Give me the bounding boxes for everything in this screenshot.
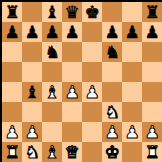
white-pawn-a2[interactable]: ♟ — [4, 122, 19, 142]
square-c4[interactable]: ♝ — [42, 82, 62, 102]
square-e7[interactable] — [82, 22, 102, 42]
white-pawn-f2[interactable]: ♟ — [104, 122, 119, 142]
black-queen-d8[interactable]: ♛ — [64, 2, 79, 22]
square-a2[interactable]: ♟ — [2, 122, 22, 142]
square-h5[interactable] — [142, 62, 162, 82]
square-h6[interactable] — [142, 42, 162, 62]
black-pawn-h7[interactable]: ♟ — [144, 22, 159, 42]
white-bishop-c4[interactable]: ♝ — [44, 82, 59, 102]
square-b7[interactable]: ♟ — [22, 22, 42, 42]
square-g7[interactable]: ♟ — [122, 22, 142, 42]
square-c6[interactable]: ♞ — [42, 42, 62, 62]
square-d2[interactable] — [62, 122, 82, 142]
square-e6[interactable] — [82, 42, 102, 62]
square-e8[interactable]: ♚ — [82, 2, 102, 22]
square-d1[interactable]: ♛ — [62, 142, 82, 162]
square-g5[interactable] — [122, 62, 142, 82]
square-c7[interactable]: ♟ — [42, 22, 62, 42]
chess-board: ♜♝♛♚♜♟♟♟♟♟♟♟♞♞♝♝♟♟♞♟♟♟♟♟♜♞♝♛♚♜ — [2, 2, 162, 162]
square-g8[interactable] — [122, 2, 142, 22]
white-pawn-e4[interactable]: ♟ — [84, 82, 99, 102]
white-knight-b1[interactable]: ♞ — [24, 142, 39, 162]
square-a8[interactable]: ♜ — [2, 2, 22, 22]
square-b5[interactable] — [22, 62, 42, 82]
square-e3[interactable] — [82, 102, 102, 122]
square-e4[interactable]: ♟ — [82, 82, 102, 102]
black-king-e8[interactable]: ♚ — [84, 2, 99, 22]
square-d6[interactable] — [62, 42, 82, 62]
square-h3[interactable] — [142, 102, 162, 122]
white-pawn-g2[interactable]: ♟ — [124, 122, 139, 142]
black-pawn-a7[interactable]: ♟ — [4, 22, 19, 42]
square-f5[interactable] — [102, 62, 122, 82]
square-a7[interactable]: ♟ — [2, 22, 22, 42]
white-pawn-h2[interactable]: ♟ — [144, 122, 159, 142]
square-f3[interactable]: ♞ — [102, 102, 122, 122]
white-king-f1[interactable]: ♚ — [104, 142, 119, 162]
square-a3[interactable] — [2, 102, 22, 122]
square-d8[interactable]: ♛ — [62, 2, 82, 22]
square-b2[interactable]: ♟ — [22, 122, 42, 142]
square-g1[interactable] — [122, 142, 142, 162]
square-g4[interactable] — [122, 82, 142, 102]
black-knight-f6[interactable]: ♞ — [104, 42, 119, 62]
square-c1[interactable]: ♝ — [42, 142, 62, 162]
square-a6[interactable] — [2, 42, 22, 62]
square-b3[interactable] — [22, 102, 42, 122]
square-d7[interactable]: ♟ — [62, 22, 82, 42]
square-f8[interactable] — [102, 2, 122, 22]
square-h8[interactable]: ♜ — [142, 2, 162, 22]
square-h4[interactable] — [142, 82, 162, 102]
square-d5[interactable] — [62, 62, 82, 82]
black-pawn-d7[interactable]: ♟ — [64, 22, 79, 42]
chess-board-frame: ♜♝♛♚♜♟♟♟♟♟♟♟♞♞♝♝♟♟♞♟♟♟♟♟♜♞♝♛♚♜ — [0, 0, 162, 162]
black-pawn-f7[interactable]: ♟ — [104, 22, 119, 42]
white-queen-d1[interactable]: ♛ — [64, 142, 79, 162]
square-f2[interactable]: ♟ — [102, 122, 122, 142]
white-pawn-d4[interactable]: ♟ — [64, 82, 79, 102]
black-bishop-c8[interactable]: ♝ — [44, 2, 59, 22]
square-h1[interactable]: ♜ — [142, 142, 162, 162]
square-f1[interactable]: ♚ — [102, 142, 122, 162]
square-e2[interactable] — [82, 122, 102, 142]
square-d4[interactable]: ♟ — [62, 82, 82, 102]
black-rook-h8[interactable]: ♜ — [144, 2, 159, 22]
square-e5[interactable] — [82, 62, 102, 82]
black-rook-a8[interactable]: ♜ — [4, 2, 19, 22]
square-b1[interactable]: ♞ — [22, 142, 42, 162]
square-a5[interactable] — [2, 62, 22, 82]
square-b4[interactable]: ♝ — [22, 82, 42, 102]
black-pawn-b7[interactable]: ♟ — [24, 22, 39, 42]
square-f4[interactable] — [102, 82, 122, 102]
white-bishop-c1[interactable]: ♝ — [44, 142, 59, 162]
black-pawn-c7[interactable]: ♟ — [44, 22, 59, 42]
square-h2[interactable]: ♟ — [142, 122, 162, 142]
white-pawn-b2[interactable]: ♟ — [24, 122, 39, 142]
square-b6[interactable] — [22, 42, 42, 62]
square-g3[interactable] — [122, 102, 142, 122]
square-a4[interactable] — [2, 82, 22, 102]
square-g2[interactable]: ♟ — [122, 122, 142, 142]
square-c3[interactable] — [42, 102, 62, 122]
white-knight-f3[interactable]: ♞ — [104, 102, 119, 122]
square-c8[interactable]: ♝ — [42, 2, 62, 22]
square-f6[interactable]: ♞ — [102, 42, 122, 62]
square-e1[interactable] — [82, 142, 102, 162]
square-c5[interactable] — [42, 62, 62, 82]
white-rook-a1[interactable]: ♜ — [4, 142, 19, 162]
black-bishop-b4[interactable]: ♝ — [24, 82, 39, 102]
square-b8[interactable] — [22, 2, 42, 22]
square-d3[interactable] — [62, 102, 82, 122]
black-pawn-g7[interactable]: ♟ — [124, 22, 139, 42]
black-knight-c6[interactable]: ♞ — [44, 42, 59, 62]
square-h7[interactable]: ♟ — [142, 22, 162, 42]
square-a1[interactable]: ♜ — [2, 142, 22, 162]
square-f7[interactable]: ♟ — [102, 22, 122, 42]
white-rook-h1[interactable]: ♜ — [144, 142, 159, 162]
square-c2[interactable] — [42, 122, 62, 142]
square-g6[interactable] — [122, 42, 142, 62]
